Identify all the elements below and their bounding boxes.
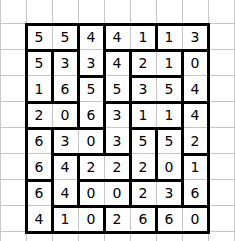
cell-r6c5[interactable]: 2: [130, 154, 156, 180]
cell-r8c5[interactable]: 6: [130, 206, 156, 232]
cell-r8c6[interactable]: 6: [156, 206, 182, 232]
cell-r8c3[interactable]: 0: [78, 206, 104, 232]
cell-r7c7[interactable]: 6: [182, 180, 208, 206]
cell-r5c2[interactable]: 3: [52, 128, 78, 154]
cell-r1c7[interactable]: 3: [182, 24, 208, 50]
cell-r8c7[interactable]: 0: [182, 206, 208, 232]
cell-r2c5[interactable]: 2: [130, 50, 156, 76]
cell-r8c2[interactable]: 1: [52, 206, 78, 232]
cell-r6c3[interactable]: 2: [78, 154, 104, 180]
cell-r5c4[interactable]: 3: [104, 128, 130, 154]
cell-r5c6[interactable]: 5: [156, 128, 182, 154]
cell-r7c4[interactable]: 0: [104, 180, 130, 206]
cell-r3c2[interactable]: 6: [52, 76, 78, 102]
cell-r5c3[interactable]: 0: [78, 128, 104, 154]
cell-r4c3[interactable]: 6: [78, 102, 104, 128]
cell-r3c7[interactable]: 4: [182, 76, 208, 102]
dominosa-board: 5544113533421016553542063114630355264222…: [0, 0, 235, 241]
cell-r6c4[interactable]: 2: [104, 154, 130, 180]
cell-r3c1[interactable]: 1: [26, 76, 52, 102]
cell-r1c5[interactable]: 1: [130, 24, 156, 50]
cell-r4c2[interactable]: 0: [52, 102, 78, 128]
cell-r1c3[interactable]: 4: [78, 24, 104, 50]
cell-r5c1[interactable]: 6: [26, 128, 52, 154]
cell-r2c1[interactable]: 5: [26, 50, 52, 76]
cell-r3c3[interactable]: 5: [78, 76, 104, 102]
cell-r2c4[interactable]: 4: [104, 50, 130, 76]
cell-r1c4[interactable]: 4: [104, 24, 130, 50]
cell-r7c5[interactable]: 2: [130, 180, 156, 206]
cell-r1c1[interactable]: 5: [26, 24, 52, 50]
cell-r7c3[interactable]: 0: [78, 180, 104, 206]
cell-r8c1[interactable]: 4: [26, 206, 52, 232]
cell-r7c6[interactable]: 3: [156, 180, 182, 206]
cell-r5c7[interactable]: 2: [182, 128, 208, 154]
cell-r3c4[interactable]: 5: [104, 76, 130, 102]
cell-r1c6[interactable]: 1: [156, 24, 182, 50]
cell-r5c5[interactable]: 5: [130, 128, 156, 154]
cell-r4c1[interactable]: 2: [26, 102, 52, 128]
cell-r6c6[interactable]: 0: [156, 154, 182, 180]
cell-r2c6[interactable]: 1: [156, 50, 182, 76]
cell-r3c6[interactable]: 5: [156, 76, 182, 102]
cell-r7c2[interactable]: 4: [52, 180, 78, 206]
cell-r6c2[interactable]: 4: [52, 154, 78, 180]
cell-r2c3[interactable]: 3: [78, 50, 104, 76]
cell-r8c4[interactable]: 2: [104, 206, 130, 232]
cell-r2c7[interactable]: 0: [182, 50, 208, 76]
cell-r4c6[interactable]: 1: [156, 102, 182, 128]
cell-r3c5[interactable]: 3: [130, 76, 156, 102]
cell-r2c2[interactable]: 3: [52, 50, 78, 76]
cell-r6c1[interactable]: 6: [26, 154, 52, 180]
cell-r4c7[interactable]: 4: [182, 102, 208, 128]
cell-r6c7[interactable]: 1: [182, 154, 208, 180]
cell-r4c5[interactable]: 1: [130, 102, 156, 128]
cell-r7c1[interactable]: 6: [26, 180, 52, 206]
cell-r4c4[interactable]: 3: [104, 102, 130, 128]
cell-r1c2[interactable]: 5: [52, 24, 78, 50]
